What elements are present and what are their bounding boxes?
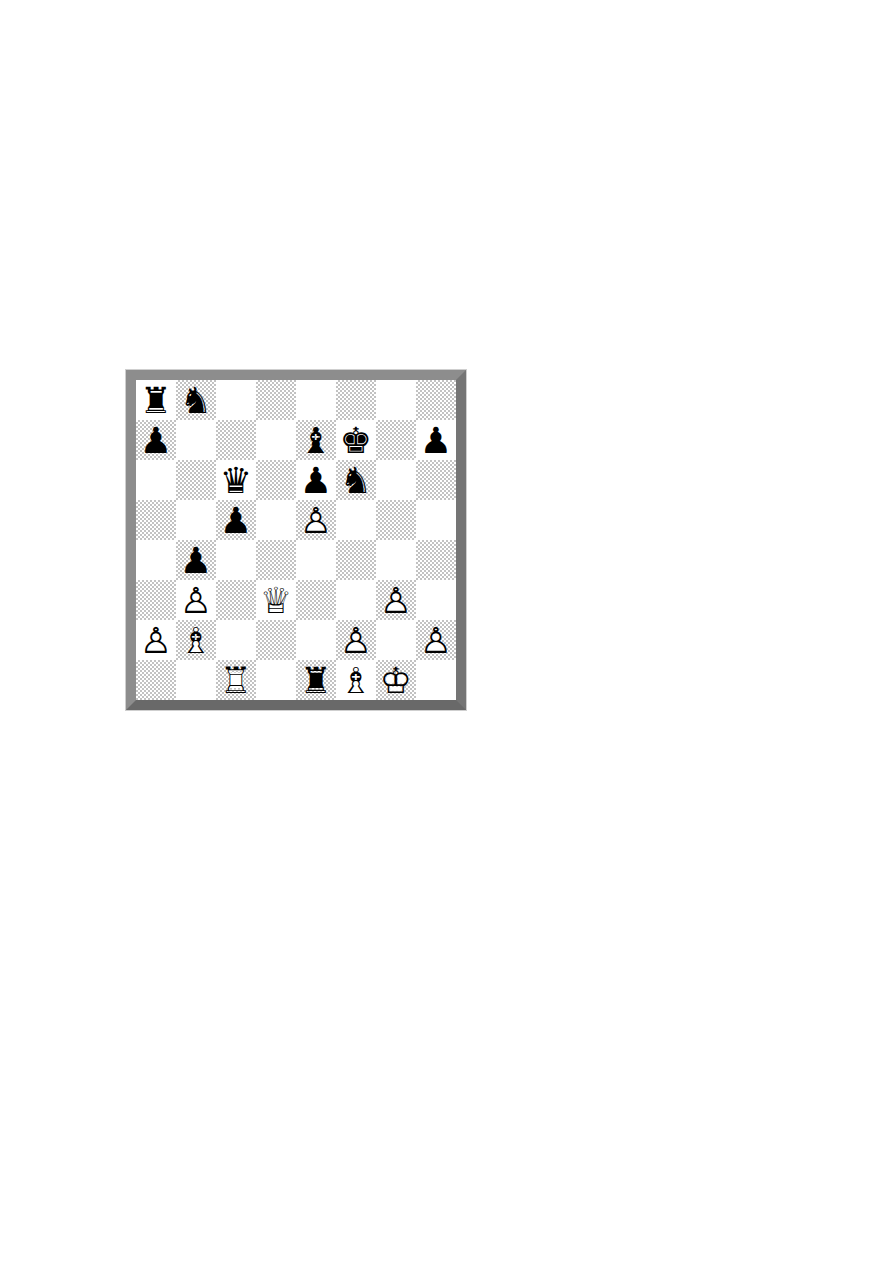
square-c5: ♟ [216, 500, 256, 540]
square-f6: ♞ [336, 460, 376, 500]
square-b5 [176, 500, 216, 540]
square-d6 [256, 460, 296, 500]
square-e5: ♟♙ [296, 500, 336, 540]
square-d7 [256, 420, 296, 460]
square-a4 [136, 540, 176, 580]
piece-black-pawn: ♟ [296, 460, 336, 500]
square-c3 [216, 580, 256, 620]
square-f1: ♝♗ [336, 660, 376, 700]
square-d1 [256, 660, 296, 700]
square-a8: ♜ [136, 380, 176, 420]
square-e1: ♜ [296, 660, 336, 700]
square-e8 [296, 380, 336, 420]
piece-white-bishop: ♝♗ [176, 620, 216, 660]
square-g2 [376, 620, 416, 660]
square-h6 [416, 460, 456, 500]
piece-white-queen: ♛♕ [256, 580, 296, 620]
square-a1 [136, 660, 176, 700]
piece-black-pawn: ♟ [136, 420, 176, 460]
piece-black-pawn: ♟ [176, 540, 216, 580]
piece-white-rook: ♜♖ [216, 660, 256, 700]
square-a3 [136, 580, 176, 620]
square-d4 [256, 540, 296, 580]
page: ♜♞♟♝♚♟♛♟♞♟♟♙♟♟♙♛♕♟♙♟♙♝♗♟♙♟♙♜♖♜♝♗♚♔ [0, 0, 893, 1263]
square-d5 [256, 500, 296, 540]
piece-black-knight: ♞ [336, 460, 376, 500]
chess-board: ♜♞♟♝♚♟♛♟♞♟♟♙♟♟♙♛♕♟♙♟♙♝♗♟♙♟♙♜♖♜♝♗♚♔ [126, 370, 466, 710]
piece-white-pawn: ♟♙ [136, 620, 176, 660]
square-h2: ♟♙ [416, 620, 456, 660]
square-h1 [416, 660, 456, 700]
square-h4 [416, 540, 456, 580]
square-d3: ♛♕ [256, 580, 296, 620]
square-e6: ♟ [296, 460, 336, 500]
square-c2 [216, 620, 256, 660]
square-g6 [376, 460, 416, 500]
piece-black-pawn: ♟ [216, 500, 256, 540]
square-h8 [416, 380, 456, 420]
square-b8: ♞ [176, 380, 216, 420]
square-c4 [216, 540, 256, 580]
piece-white-king: ♚♔ [376, 660, 416, 700]
piece-black-rook: ♜ [296, 660, 336, 700]
square-b2: ♝♗ [176, 620, 216, 660]
square-a2: ♟♙ [136, 620, 176, 660]
square-a6 [136, 460, 176, 500]
piece-white-bishop: ♝♗ [336, 660, 376, 700]
square-f5 [336, 500, 376, 540]
square-c7 [216, 420, 256, 460]
square-g5 [376, 500, 416, 540]
square-g8 [376, 380, 416, 420]
chess-board-frame: ♜♞♟♝♚♟♛♟♞♟♟♙♟♟♙♛♕♟♙♟♙♝♗♟♙♟♙♜♖♜♝♗♚♔ [126, 370, 466, 710]
square-g3: ♟♙ [376, 580, 416, 620]
square-h7: ♟ [416, 420, 456, 460]
square-b4: ♟ [176, 540, 216, 580]
square-e3 [296, 580, 336, 620]
square-g4 [376, 540, 416, 580]
square-f2: ♟♙ [336, 620, 376, 660]
square-b7 [176, 420, 216, 460]
square-c6: ♛ [216, 460, 256, 500]
square-e7: ♝ [296, 420, 336, 460]
square-b6 [176, 460, 216, 500]
square-e4 [296, 540, 336, 580]
square-h3 [416, 580, 456, 620]
piece-white-pawn: ♟♙ [176, 580, 216, 620]
square-f3 [336, 580, 376, 620]
square-a5 [136, 500, 176, 540]
square-d8 [256, 380, 296, 420]
square-f4 [336, 540, 376, 580]
square-g1: ♚♔ [376, 660, 416, 700]
piece-black-bishop: ♝ [296, 420, 336, 460]
piece-white-pawn: ♟♙ [416, 620, 456, 660]
square-d2 [256, 620, 296, 660]
piece-black-pawn: ♟ [416, 420, 456, 460]
square-c1: ♜♖ [216, 660, 256, 700]
piece-black-king: ♚ [336, 420, 376, 460]
square-b1 [176, 660, 216, 700]
square-c8 [216, 380, 256, 420]
piece-white-pawn: ♟♙ [336, 620, 376, 660]
piece-black-knight: ♞ [176, 380, 216, 420]
square-f7: ♚ [336, 420, 376, 460]
square-h5 [416, 500, 456, 540]
piece-white-pawn: ♟♙ [376, 580, 416, 620]
piece-white-pawn: ♟♙ [296, 500, 336, 540]
square-e2 [296, 620, 336, 660]
square-g7 [376, 420, 416, 460]
piece-black-rook: ♜ [136, 380, 176, 420]
square-b3: ♟♙ [176, 580, 216, 620]
square-a7: ♟ [136, 420, 176, 460]
square-f8 [336, 380, 376, 420]
piece-black-queen: ♛ [216, 460, 256, 500]
